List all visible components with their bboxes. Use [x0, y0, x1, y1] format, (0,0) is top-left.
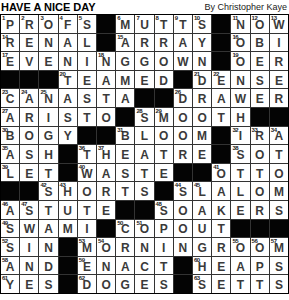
clue-number: 15	[117, 34, 123, 40]
cell-r1c3[interactable]: 3O	[39, 15, 57, 33]
letter: O	[178, 222, 187, 236]
block-cell-r4c2	[20, 71, 38, 89]
letter: S	[140, 185, 148, 199]
cell-r6c8[interactable]: 28S	[135, 108, 153, 126]
cell-r10c8[interactable]: S	[135, 182, 153, 200]
cell-r4c5[interactable]: E	[78, 71, 96, 89]
cell-r15c2[interactable]: E	[20, 275, 38, 293]
cell-r13c2[interactable]: I	[20, 238, 38, 256]
puzzle-header: HAVE A NICE DAY By Christopher Kaye	[0, 0, 289, 14]
cell-r14c1[interactable]: 58A	[1, 257, 19, 275]
letter: E	[217, 260, 225, 274]
cell-r2c8[interactable]: R	[135, 34, 153, 52]
cell-r1c10[interactable]: 9T	[174, 15, 192, 33]
cell-r7c14[interactable]: 33R	[251, 127, 269, 145]
cell-r13c9[interactable]: I	[155, 238, 173, 256]
letter: Y	[64, 129, 72, 143]
cell-r5c12[interactable]: A	[212, 89, 230, 107]
cell-r4c11[interactable]: 21D	[193, 71, 211, 89]
cell-r13c13[interactable]: 55O	[231, 238, 249, 256]
cell-r8c15[interactable]: T	[270, 145, 288, 163]
clue-number: 13	[271, 15, 277, 21]
cell-r6c6[interactable]: O	[97, 108, 115, 126]
cell-r7c9[interactable]: O	[155, 127, 173, 145]
cell-r1c14[interactable]: 12O	[251, 15, 269, 33]
crossword-page: HAVE A NICE DAY By Christopher Kaye 1P2R…	[0, 0, 289, 300]
cell-r6c3[interactable]: I	[39, 108, 57, 126]
cell-r2c11[interactable]: Y	[193, 34, 211, 52]
letter: P	[256, 260, 264, 274]
clue-number: 62	[79, 275, 85, 281]
letter: Y	[198, 36, 206, 50]
cell-r10c5[interactable]: O	[78, 182, 96, 200]
letter: V	[25, 55, 33, 69]
cell-r5c4[interactable]: A	[59, 89, 77, 107]
letter: T	[256, 167, 263, 181]
cell-r11c12[interactable]: K	[212, 201, 230, 219]
cell-r1c15[interactable]: 13W	[270, 15, 288, 33]
cell-r11c1[interactable]: 46A	[1, 201, 19, 219]
letter: S	[160, 278, 168, 292]
cell-r4c8[interactable]: E	[135, 71, 153, 89]
clue-number: 30	[2, 127, 8, 133]
cell-r4c14[interactable]: S	[251, 71, 269, 89]
cell-r10c11[interactable]: 45L	[193, 182, 211, 200]
cell-r5c13[interactable]: W	[231, 89, 249, 107]
cell-r1c2[interactable]: 2R	[20, 15, 38, 33]
cell-r2c3[interactable]: N	[39, 34, 57, 52]
cell-r12c2[interactable]: W	[20, 220, 38, 238]
cell-r15c8[interactable]: E	[135, 275, 153, 293]
cell-r4c9[interactable]: D	[155, 71, 173, 89]
letter: A	[217, 92, 226, 106]
cell-r3c3[interactable]: E	[39, 52, 57, 70]
letter: S	[44, 278, 52, 292]
letter: T	[275, 148, 282, 162]
cell-r14c9[interactable]: T	[155, 257, 173, 275]
clue-number: 16	[232, 34, 238, 40]
letter: R	[198, 92, 207, 106]
block-cell-r10c1	[1, 182, 19, 200]
cell-r11c3[interactable]: T	[39, 201, 57, 219]
cell-r13c6[interactable]: 54O	[97, 238, 115, 256]
cell-r8c5[interactable]: 36T	[78, 145, 96, 163]
cell-r13c3[interactable]: N	[39, 238, 57, 256]
cell-r14c2[interactable]: N	[20, 257, 38, 275]
cell-r6c2[interactable]: R	[20, 108, 38, 126]
cell-r12c5[interactable]: I	[78, 220, 96, 238]
block-cell-r10c2	[20, 182, 38, 200]
cell-r7c4[interactable]: Y	[59, 127, 77, 145]
cell-r12c7[interactable]: 50C	[116, 220, 134, 238]
letter: A	[121, 92, 130, 106]
cell-r5c11[interactable]: R	[193, 89, 211, 107]
block-cell-r6c14	[251, 108, 269, 126]
letter: N	[44, 241, 53, 255]
letter: T	[256, 278, 263, 292]
cell-r2c1[interactable]: 14R	[1, 34, 19, 52]
cell-r5c10[interactable]: 26D	[174, 89, 192, 107]
cell-r5c15[interactable]: R	[270, 89, 288, 107]
letter: G	[140, 55, 149, 69]
cell-r7c11[interactable]: M	[193, 127, 211, 145]
cell-r15c5[interactable]: 62D	[78, 275, 96, 293]
cell-r11c14[interactable]: R	[251, 201, 269, 219]
cell-r15c7[interactable]: G	[116, 275, 134, 293]
cell-r4c7[interactable]: M	[116, 71, 134, 89]
cell-r9c8[interactable]: T	[135, 164, 153, 182]
letter: E	[102, 204, 110, 218]
cell-r10c10[interactable]: 44S	[174, 182, 192, 200]
cell-r7c3[interactable]: G	[39, 127, 57, 145]
cell-r9c14[interactable]: T	[251, 164, 269, 182]
letter: S	[83, 92, 91, 106]
cell-r11c6[interactable]: E	[97, 201, 115, 219]
letter: A	[63, 92, 72, 106]
letter: U	[140, 18, 149, 32]
block-cell-r4c10	[174, 71, 192, 89]
cell-r4c13[interactable]: N	[231, 71, 249, 89]
cell-r9c2[interactable]: E	[20, 164, 38, 182]
cell-r3c10[interactable]: W	[174, 52, 192, 70]
block-cell-r9c4	[59, 164, 77, 182]
cell-r11c9[interactable]: 48S	[155, 201, 173, 219]
cell-r8c8[interactable]: A	[135, 145, 153, 163]
cell-r7c15[interactable]: 34A	[270, 127, 288, 145]
cell-r12c12[interactable]: T	[212, 220, 230, 238]
letter: E	[25, 36, 33, 50]
cell-r5c5[interactable]: S	[78, 89, 96, 107]
cell-r2c13[interactable]: 16O	[231, 34, 249, 52]
cell-r10c3[interactable]: 42S	[39, 182, 57, 200]
cell-r14c14[interactable]: P	[251, 257, 269, 275]
clue-number: 54	[98, 238, 104, 244]
cell-r15c11[interactable]: 63S	[193, 275, 211, 293]
letter: S	[64, 111, 72, 125]
cell-r5c7[interactable]: A	[116, 89, 134, 107]
cell-r14c5[interactable]: 59E	[78, 257, 96, 275]
cell-r15c14[interactable]: T	[251, 275, 269, 293]
letter: R	[25, 18, 34, 32]
cell-r7c1[interactable]: 30B	[1, 127, 19, 145]
letter: I	[277, 36, 280, 50]
cell-r15c3[interactable]: S	[39, 275, 57, 293]
cell-r2c14[interactable]: B	[251, 34, 269, 52]
cell-r2c10[interactable]: A	[174, 34, 192, 52]
block-cell-r15c4	[59, 275, 77, 293]
cell-r3c11[interactable]: N	[193, 52, 211, 70]
cell-r14c11[interactable]: 60H	[193, 257, 211, 275]
letter: R	[121, 241, 130, 255]
block-cell-r4c3	[39, 71, 57, 89]
cell-r4c4[interactable]: 20T	[59, 71, 77, 89]
clue-number: 59	[79, 257, 85, 263]
letter: I	[162, 241, 165, 255]
cell-r13c5[interactable]: 53M	[78, 238, 96, 256]
block-cell-r7c12	[212, 127, 230, 145]
block-cell-r1c12	[212, 15, 230, 33]
cell-r2c15[interactable]: I	[270, 34, 288, 52]
cell-r11c4[interactable]: U	[59, 201, 77, 219]
letter: U	[198, 222, 207, 236]
clue-number: 60	[194, 257, 200, 263]
cell-r8c6[interactable]: 37H	[97, 145, 115, 163]
clue-number: 43	[60, 182, 66, 188]
cell-r15c6[interactable]: O	[97, 275, 115, 293]
block-cell-r12c15	[270, 220, 288, 238]
cell-r11c13[interactable]: E	[231, 201, 249, 219]
letter: A	[140, 148, 149, 162]
cell-r5c14[interactable]: E	[251, 89, 269, 107]
cell-r1c7[interactable]: 6M	[116, 15, 134, 33]
letter: T	[83, 204, 90, 218]
cell-r9c15[interactable]: O	[270, 164, 288, 182]
cell-r3c1[interactable]: 17E	[1, 52, 19, 70]
cell-r4c15[interactable]: E	[270, 71, 288, 89]
cell-r8c14[interactable]: O	[251, 145, 269, 163]
cell-r3c6[interactable]: 18N	[97, 52, 115, 70]
letter: T	[179, 18, 186, 32]
letter: O	[178, 111, 187, 125]
clue-number: 48	[156, 201, 162, 207]
clue-number: 1	[2, 15, 5, 21]
cell-r13c7[interactable]: R	[116, 238, 134, 256]
cell-r7c8[interactable]: L	[135, 127, 153, 145]
cell-r5c3[interactable]: 25N	[39, 89, 57, 107]
cell-r3c4[interactable]: N	[59, 52, 77, 70]
cell-r9c9[interactable]: E	[155, 164, 173, 182]
clue-number: 51	[136, 220, 142, 226]
letter: T	[45, 204, 52, 218]
cell-r11c5[interactable]: T	[78, 201, 96, 219]
cell-r14c8[interactable]: C	[135, 257, 153, 275]
clue-number: 23	[2, 89, 8, 95]
cell-r15c15[interactable]: S	[270, 275, 288, 293]
letter: S	[83, 18, 91, 32]
cell-r13c10[interactable]: N	[174, 238, 192, 256]
letter: A	[63, 36, 72, 50]
letter: O	[255, 185, 264, 199]
cell-r9c5[interactable]: 40W	[78, 164, 96, 182]
cell-r8c1[interactable]: 35A	[1, 145, 19, 163]
letter: O	[274, 167, 283, 181]
cell-r13c15[interactable]: 57M	[270, 238, 288, 256]
cell-r12c9[interactable]: P	[155, 220, 173, 238]
cell-r2c5[interactable]: L	[78, 34, 96, 52]
cell-r10c14[interactable]: O	[251, 182, 269, 200]
cell-r7c7[interactable]: 31B	[116, 127, 134, 145]
letter: T	[83, 111, 90, 125]
letter: P	[6, 18, 14, 32]
letter: E	[83, 74, 91, 88]
cell-r7c10[interactable]: O	[174, 127, 192, 145]
block-cell-r8c12	[212, 145, 230, 163]
cell-r12c4[interactable]: M	[59, 220, 77, 238]
cell-r3c14[interactable]: E	[251, 52, 269, 70]
letter: E	[198, 148, 206, 162]
cell-r14c15[interactable]: S	[270, 257, 288, 275]
clue-number: 26	[175, 89, 181, 95]
cell-r14c3[interactable]: D	[39, 257, 57, 275]
cell-r6c13[interactable]: H	[231, 108, 249, 126]
letter: E	[44, 55, 52, 69]
clue-number: 36	[79, 145, 85, 151]
cell-r1c11[interactable]: 10S	[193, 15, 211, 33]
letter: E	[140, 74, 148, 88]
cell-r13c1[interactable]: 52S	[1, 238, 19, 256]
cell-r1c1[interactable]: 1P	[1, 15, 19, 33]
letter: I	[239, 129, 242, 143]
cell-r14c12[interactable]: E	[212, 257, 230, 275]
cell-r9c1[interactable]: 39L	[1, 164, 19, 182]
letter: M	[63, 222, 73, 236]
cell-r6c10[interactable]: O	[174, 108, 192, 126]
cell-r6c1[interactable]: 27A	[1, 108, 19, 126]
cell-r11c11[interactable]: A	[193, 201, 211, 219]
letter: T	[122, 185, 129, 199]
block-cell-r15c10	[174, 275, 192, 293]
cell-r14c7[interactable]: A	[116, 257, 134, 275]
cell-r4c6[interactable]: A	[97, 71, 115, 89]
cell-r12c1[interactable]: 49S	[1, 220, 19, 238]
cell-r7c2[interactable]: O	[20, 127, 38, 145]
cell-r6c11[interactable]: O	[193, 108, 211, 126]
cell-r5c6[interactable]: T	[97, 89, 115, 107]
clue-number: 5	[79, 15, 82, 21]
cell-r10c15[interactable]: M	[270, 182, 288, 200]
letter: O	[178, 204, 187, 218]
clue-number: 45	[194, 182, 200, 188]
cell-r3c15[interactable]: R	[270, 52, 288, 70]
letter: R	[275, 55, 284, 69]
clue-number: 61	[2, 275, 8, 281]
letter: O	[101, 278, 110, 292]
cell-r4c12[interactable]: 22E	[212, 71, 230, 89]
cell-r11c2[interactable]: 47S	[20, 201, 38, 219]
cell-r12c10[interactable]: O	[174, 220, 192, 238]
cell-r8c7[interactable]: E	[116, 145, 134, 163]
cell-r6c12[interactable]: T	[212, 108, 230, 126]
letter: T	[237, 167, 244, 181]
letter: F	[64, 18, 71, 32]
cell-r6c4[interactable]: S	[59, 108, 77, 126]
cell-r8c13[interactable]: 38S	[231, 145, 249, 163]
cell-r9c12[interactable]: 41O	[212, 164, 230, 182]
block-cell-r14c10	[174, 257, 192, 275]
cell-r15c13[interactable]: T	[231, 275, 249, 293]
cell-r1c8[interactable]: 7U	[135, 15, 153, 33]
cell-r15c1[interactable]: 61Y	[1, 275, 19, 293]
cell-r1c4[interactable]: 4F	[59, 15, 77, 33]
cell-r2c2[interactable]: E	[20, 34, 38, 52]
cell-r8c9[interactable]: T	[155, 145, 173, 163]
clue-number: 12	[252, 15, 258, 21]
cell-r8c2[interactable]: S	[20, 145, 38, 163]
letter: A	[236, 260, 245, 274]
cell-r3c7[interactable]: G	[116, 52, 134, 70]
cell-r10c6[interactable]: R	[97, 182, 115, 200]
letter: A	[217, 185, 226, 199]
clue-number: 8	[156, 15, 159, 21]
cell-r3c9[interactable]: O	[155, 52, 173, 70]
puzzle-byline: By Christopher Kaye	[204, 2, 287, 13]
cell-r2c9[interactable]: R	[155, 34, 173, 52]
cell-r8c11[interactable]: E	[193, 145, 211, 163]
cell-r13c14[interactable]: 56O	[251, 238, 269, 256]
cell-r9c3[interactable]: T	[39, 164, 57, 182]
cell-r10c13[interactable]: L	[231, 182, 249, 200]
cell-r1c9[interactable]: 8T	[155, 15, 173, 33]
cell-r3c5[interactable]: I	[78, 52, 96, 70]
block-cell-r9c10	[174, 164, 192, 182]
block-cell-r3c12	[212, 52, 230, 70]
letter: G	[121, 55, 130, 69]
cell-r13c8[interactable]: N	[135, 238, 153, 256]
cell-r3c2[interactable]: V	[20, 52, 38, 70]
clue-number: 57	[271, 238, 277, 244]
cell-r6c9[interactable]: 29M	[155, 108, 173, 126]
clue-number: 37	[98, 145, 104, 151]
letter: W	[177, 55, 188, 69]
letter: N	[44, 36, 53, 50]
clue-number: 56	[252, 238, 258, 244]
clue-number: 46	[2, 201, 8, 207]
cell-r10c12[interactable]: A	[212, 182, 230, 200]
clue-number: 55	[232, 238, 238, 244]
block-cell-r5c8	[135, 89, 153, 107]
cell-r1c5[interactable]: 5S	[78, 15, 96, 33]
cell-r5c1[interactable]: 23C	[1, 89, 19, 107]
cell-r15c9[interactable]: S	[155, 275, 173, 293]
block-cell-r7c5	[78, 127, 96, 145]
cell-r11c15[interactable]: S	[270, 201, 288, 219]
cell-r9c6[interactable]: A	[97, 164, 115, 182]
cell-r8c3[interactable]: H	[39, 145, 57, 163]
letter: P	[160, 222, 168, 236]
cell-r13c12[interactable]: R	[212, 238, 230, 256]
cell-r9c7[interactable]: S	[116, 164, 134, 182]
cell-r5c2[interactable]: 24A	[20, 89, 38, 107]
cell-r12c8[interactable]: 51O	[135, 220, 153, 238]
letter: O	[159, 55, 168, 69]
letter: S	[275, 278, 283, 292]
cell-r2c4[interactable]: A	[59, 34, 77, 52]
cell-r9c13[interactable]: T	[231, 164, 249, 182]
cell-r14c6[interactable]: N	[97, 257, 115, 275]
cell-r15c12[interactable]: E	[212, 275, 230, 293]
cell-r13c11[interactable]: G	[193, 238, 211, 256]
cell-r1c13[interactable]: 11N	[231, 15, 249, 33]
cell-r3c8[interactable]: G	[135, 52, 153, 70]
cell-r12c3[interactable]: A	[39, 220, 57, 238]
cell-r8c10[interactable]: R	[174, 145, 192, 163]
letter: T	[102, 92, 109, 106]
cell-r10c7[interactable]: T	[116, 182, 134, 200]
letter: S	[121, 167, 129, 181]
letter: L	[83, 36, 90, 50]
cell-r10c4[interactable]: 43H	[59, 182, 77, 200]
cell-r7c13[interactable]: 32I	[231, 127, 249, 145]
cell-r6c5[interactable]: T	[78, 108, 96, 126]
cell-r3c13[interactable]: 19O	[231, 52, 249, 70]
cell-r2c7[interactable]: 15A	[116, 34, 134, 52]
letter: E	[256, 55, 264, 69]
clue-number: 22	[213, 71, 219, 77]
letter: A	[121, 260, 130, 274]
cell-r14c13[interactable]: A	[231, 257, 249, 275]
cell-r11c10[interactable]: O	[174, 201, 192, 219]
cell-r12c11[interactable]: U	[193, 220, 211, 238]
